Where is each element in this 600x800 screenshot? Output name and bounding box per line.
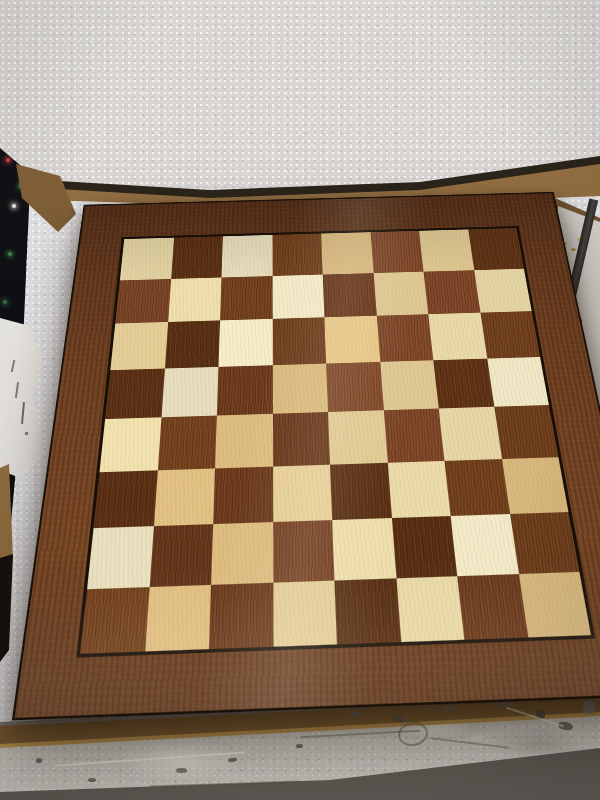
square-h6: [480, 311, 540, 358]
square-e5: [326, 361, 383, 412]
square-f5: [380, 360, 439, 410]
chessboard-3d-wrap: [12, 192, 600, 721]
floor-chip-mark: [36, 758, 42, 763]
square-g5: [433, 358, 494, 408]
square-h7: [474, 268, 532, 312]
square-b2: [149, 524, 213, 586]
square-h5: [487, 357, 549, 407]
floor-chip-mark: [88, 778, 96, 782]
square-g6: [428, 313, 486, 360]
square-d6: [272, 317, 326, 365]
square-f8: [370, 231, 423, 273]
square-e1: [334, 578, 400, 645]
square-g3: [444, 459, 509, 516]
floor-chip-mark: [583, 700, 595, 714]
square-g7: [423, 270, 480, 314]
chessboard: [12, 192, 600, 721]
packing-slip-writing-mark: [25, 432, 28, 435]
square-d8: [272, 234, 323, 276]
square-a8: [120, 238, 174, 280]
square-e2: [332, 518, 396, 580]
square-e6: [324, 316, 379, 363]
christmas-light-dot: [6, 158, 10, 162]
christmas-light-dot: [12, 204, 16, 208]
square-c8: [222, 235, 273, 277]
square-f6: [376, 314, 433, 361]
square-f2: [391, 516, 457, 578]
square-h1: [518, 571, 591, 637]
square-c3: [213, 466, 273, 524]
square-f3: [387, 460, 450, 518]
square-d3: [273, 464, 333, 522]
christmas-light-dot: [3, 300, 7, 304]
square-d4: [272, 412, 330, 466]
floor-chip-mark: [296, 744, 303, 748]
photo-chessboard-in-shipping-box: [0, 0, 600, 800]
square-a6: [110, 322, 167, 370]
square-b5: [161, 366, 218, 417]
square-b6: [164, 320, 220, 368]
square-c2: [211, 522, 273, 584]
square-a4: [100, 417, 162, 471]
square-f1: [396, 576, 464, 642]
square-d1: [273, 580, 337, 647]
square-h3: [501, 457, 568, 514]
square-c7: [220, 276, 272, 321]
floor-chip-mark: [176, 768, 187, 773]
square-e8: [321, 232, 373, 274]
square-g4: [439, 407, 502, 461]
strap-glint: [577, 238, 580, 241]
square-e7: [323, 273, 377, 318]
square-c5: [217, 365, 273, 416]
square-d5: [272, 363, 328, 414]
square-a5: [105, 368, 164, 419]
square-a2: [87, 526, 153, 589]
square-f4: [383, 408, 444, 462]
square-d7: [272, 274, 324, 319]
square-c4: [215, 414, 273, 468]
square-a1: [80, 587, 149, 654]
square-e4: [328, 410, 387, 464]
square-f7: [373, 271, 428, 315]
square-b7: [168, 277, 222, 322]
square-b8: [171, 236, 223, 278]
square-g1: [457, 573, 528, 639]
chessboard-squares-grid: [80, 228, 591, 654]
floor-chip-mark: [446, 705, 455, 711]
square-h2: [510, 512, 580, 573]
square-g8: [419, 229, 474, 271]
square-b4: [157, 416, 216, 470]
square-e3: [330, 462, 391, 520]
square-a3: [94, 470, 158, 528]
square-a7: [115, 279, 170, 324]
square-h4: [494, 405, 558, 459]
square-b1: [145, 584, 211, 651]
square-b3: [153, 468, 215, 526]
square-h8: [468, 228, 524, 270]
strap-glint: [571, 248, 576, 251]
christmas-light-dot: [8, 252, 12, 256]
chessboard-playing-area: [76, 226, 595, 658]
square-g2: [451, 514, 519, 576]
square-c6: [218, 319, 272, 367]
square-c1: [209, 582, 273, 649]
square-d2: [273, 520, 335, 582]
